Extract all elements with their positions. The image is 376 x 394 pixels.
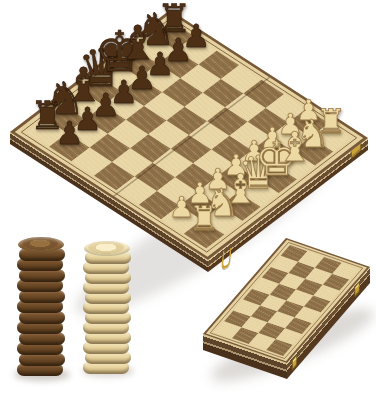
light-checker-top bbox=[84, 241, 130, 256]
chess-board-squares bbox=[27, 22, 352, 249]
dark-checker-top bbox=[18, 237, 64, 252]
dark-checkers-stack bbox=[18, 236, 64, 376]
brass-clasp bbox=[221, 248, 232, 271]
product-photo-chess-set: ♜♞♝♛♚♝♞♜♟♟♟♟♟♟♟♟♟♟♟♟♟♟♟♟♜♞♝♛♚♝♞♜ bbox=[0, 0, 376, 394]
chess-board bbox=[10, 10, 368, 260]
light-checkers-stack bbox=[84, 240, 130, 374]
brass-latch bbox=[292, 355, 297, 372]
